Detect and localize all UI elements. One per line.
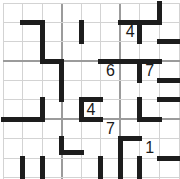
cell-r0-c4[interactable]: [81, 3, 101, 22]
cell-r2-c1[interactable]: [23, 42, 43, 61]
cell-r8-c8[interactable]: [159, 158, 179, 177]
cell-r2-c6[interactable]: [120, 42, 140, 61]
cell-r8-c6[interactable]: [120, 158, 140, 177]
cell-r3-c4[interactable]: [81, 61, 101, 80]
cell-r5-c0[interactable]: [3, 100, 23, 119]
cell-r0-c1[interactable]: [23, 3, 43, 22]
cell-r7-c8[interactable]: [159, 139, 179, 158]
cell-r2-c5[interactable]: [101, 42, 121, 61]
cell-r6-c3[interactable]: [62, 119, 82, 138]
cell-r5-c3[interactable]: [62, 100, 82, 119]
cell-r6-c7[interactable]: [140, 119, 160, 138]
cell-r7-c1[interactable]: [23, 139, 43, 158]
cell-r3-c7[interactable]: 7: [140, 61, 160, 80]
cell-r7-c4[interactable]: [81, 139, 101, 158]
puzzle-board: 467471: [0, 0, 180, 179]
cell-r5-c7[interactable]: [140, 100, 160, 119]
cell-r0-c6[interactable]: [120, 3, 140, 22]
cell-r3-c8[interactable]: [159, 61, 179, 80]
cell-r2-c8[interactable]: [159, 42, 179, 61]
cell-grid: 467471: [3, 3, 179, 178]
given-digit: 6: [106, 63, 115, 79]
cell-r6-c4[interactable]: [81, 119, 101, 138]
cell-r1-c4[interactable]: [81, 22, 101, 41]
cell-r3-c6[interactable]: [120, 61, 140, 80]
cell-r0-c3[interactable]: [62, 3, 82, 22]
cell-r2-c7[interactable]: [140, 42, 160, 61]
cell-r1-c5[interactable]: [101, 22, 121, 41]
cell-r4-c5[interactable]: [101, 81, 121, 100]
cell-r6-c1[interactable]: [23, 119, 43, 138]
given-digit: 4: [87, 102, 96, 118]
cell-r8-c7[interactable]: [140, 158, 160, 177]
cell-r2-c2[interactable]: [42, 42, 62, 61]
cell-r3-c5[interactable]: 6: [101, 61, 121, 80]
cell-r5-c6[interactable]: [120, 100, 140, 119]
given-digit: 1: [145, 140, 154, 156]
cell-r4-c3[interactable]: [62, 81, 82, 100]
cell-r3-c3[interactable]: [62, 61, 82, 80]
cell-r6-c5[interactable]: 7: [101, 119, 121, 138]
cell-r4-c4[interactable]: [81, 81, 101, 100]
cell-r8-c5[interactable]: [101, 158, 121, 177]
cell-r8-c3[interactable]: [62, 158, 82, 177]
cell-r7-c2[interactable]: [42, 139, 62, 158]
cell-r1-c1[interactable]: [23, 22, 43, 41]
cell-r0-c0[interactable]: [3, 3, 23, 22]
cell-r2-c0[interactable]: [3, 42, 23, 61]
cell-r4-c6[interactable]: [120, 81, 140, 100]
cell-r1-c3[interactable]: [62, 22, 82, 41]
cell-r2-c4[interactable]: [81, 42, 101, 61]
given-digit: 7: [145, 63, 154, 79]
cell-r4-c8[interactable]: [159, 81, 179, 100]
cell-r4-c1[interactable]: [23, 81, 43, 100]
cell-r6-c2[interactable]: [42, 119, 62, 138]
cell-r0-c8[interactable]: [159, 3, 179, 22]
cell-r0-c5[interactable]: [101, 3, 121, 22]
cell-r7-c7[interactable]: 1: [140, 139, 160, 158]
cell-r3-c1[interactable]: [23, 61, 43, 80]
cell-r0-c2[interactable]: [42, 3, 62, 22]
cell-r6-c8[interactable]: [159, 119, 179, 138]
cell-r5-c8[interactable]: [159, 100, 179, 119]
cell-r5-c2[interactable]: [42, 100, 62, 119]
given-digit: 7: [106, 121, 115, 137]
cell-r1-c7[interactable]: [140, 22, 160, 41]
cell-r1-c6[interactable]: 4: [120, 22, 140, 41]
cell-r5-c4[interactable]: 4: [81, 100, 101, 119]
cell-r4-c7[interactable]: [140, 81, 160, 100]
cell-r6-c0[interactable]: [3, 119, 23, 138]
cell-r4-c2[interactable]: [42, 81, 62, 100]
cell-r0-c7[interactable]: [140, 3, 160, 22]
cell-r7-c6[interactable]: [120, 139, 140, 158]
cell-r1-c2[interactable]: [42, 22, 62, 41]
cell-r3-c0[interactable]: [3, 61, 23, 80]
puzzle-screenshot: 467471: [0, 0, 180, 179]
cell-r1-c0[interactable]: [3, 22, 23, 41]
cell-r8-c0[interactable]: [3, 158, 23, 177]
cell-r8-c1[interactable]: [23, 158, 43, 177]
cell-r3-c2[interactable]: [42, 61, 62, 80]
cell-r1-c8[interactable]: [159, 22, 179, 41]
given-digit: 4: [126, 24, 135, 40]
cell-r7-c3[interactable]: [62, 139, 82, 158]
cell-r7-c5[interactable]: [101, 139, 121, 158]
cell-r5-c1[interactable]: [23, 100, 43, 119]
cell-r2-c3[interactable]: [62, 42, 82, 61]
cell-r4-c0[interactable]: [3, 81, 23, 100]
cell-r7-c0[interactable]: [3, 139, 23, 158]
cell-r6-c6[interactable]: [120, 119, 140, 138]
cell-r8-c2[interactable]: [42, 158, 62, 177]
cell-r5-c5[interactable]: [101, 100, 121, 119]
cell-r8-c4[interactable]: [81, 158, 101, 177]
